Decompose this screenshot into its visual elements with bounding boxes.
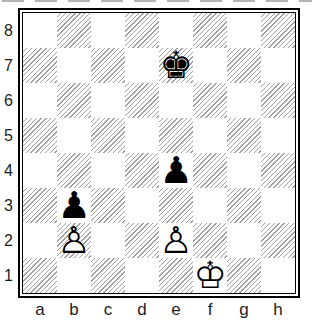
square-b4[interactable] [57,153,91,188]
file-label-c: c [91,298,125,320]
square-h3[interactable] [261,188,295,223]
square-a2[interactable] [23,223,57,258]
white-pawn-glyph: ♙ [57,223,90,258]
square-f7[interactable] [193,48,227,83]
file-label-f: f [193,298,227,320]
rank-label-8: 8 [0,13,18,48]
black-king: ♚ [159,48,193,83]
square-c4[interactable] [91,153,125,188]
rank-label-4: 4 [0,153,18,188]
square-a1[interactable] [23,258,57,293]
chess-diagram-page: 87654321 ♚♟♟♟♙♟♙♚♔ abcdefgh [0,0,314,320]
square-h6[interactable] [261,83,295,118]
square-e2[interactable]: ♟♙ [159,223,193,258]
black-pawn: ♟ [159,153,193,188]
square-e1[interactable] [159,258,193,293]
square-a6[interactable] [23,83,57,118]
square-a7[interactable] [23,48,57,83]
white-pawn: ♟♙ [57,223,91,258]
file-label-d: d [125,298,159,320]
square-b6[interactable] [57,83,91,118]
square-f2[interactable] [193,223,227,258]
square-e5[interactable] [159,118,193,153]
square-c6[interactable] [91,83,125,118]
diagram-layout: 87654321 ♚♟♟♟♙♟♙♚♔ abcdefgh [0,8,300,320]
square-f1[interactable]: ♚♔ [193,258,227,293]
square-a8[interactable] [23,13,57,48]
square-e3[interactable] [159,188,193,223]
square-e6[interactable] [159,83,193,118]
rank-label-1: 1 [0,258,18,293]
rank-label-2: 2 [0,223,18,258]
square-h1[interactable] [261,258,295,293]
square-d2[interactable] [125,223,159,258]
chess-board-frame: ♚♟♟♟♙♟♙♚♔ [18,8,300,298]
square-c2[interactable] [91,223,125,258]
square-g8[interactable] [227,13,261,48]
file-label-h: h [261,298,295,320]
square-d4[interactable] [125,153,159,188]
rank-labels-column: 87654321 [0,8,18,298]
square-b8[interactable] [57,13,91,48]
square-c7[interactable] [91,48,125,83]
square-c8[interactable] [91,13,125,48]
square-d1[interactable] [125,258,159,293]
square-e7[interactable]: ♚ [159,48,193,83]
square-g4[interactable] [227,153,261,188]
rank-label-7: 7 [0,48,18,83]
black-pawn: ♟ [57,188,91,223]
square-c3[interactable] [91,188,125,223]
square-b1[interactable] [57,258,91,293]
white-king: ♚♔ [193,258,227,293]
square-g6[interactable] [227,83,261,118]
square-b5[interactable] [57,118,91,153]
square-h8[interactable] [261,13,295,48]
square-h5[interactable] [261,118,295,153]
square-g1[interactable] [227,258,261,293]
chess-board: ♚♟♟♟♙♟♙♚♔ [22,12,296,294]
square-a3[interactable] [23,188,57,223]
square-f3[interactable] [193,188,227,223]
file-label-b: b [57,298,91,320]
square-d6[interactable] [125,83,159,118]
square-d7[interactable] [125,48,159,83]
square-c5[interactable] [91,118,125,153]
square-b7[interactable] [57,48,91,83]
square-g2[interactable] [227,223,261,258]
square-g7[interactable] [227,48,261,83]
square-e4[interactable]: ♟ [159,153,193,188]
square-c1[interactable] [91,258,125,293]
cropped-page-edge-decoration [2,0,312,2]
rank-label-3: 3 [0,188,18,223]
white-king-glyph: ♔ [193,258,226,293]
rank-label-6: 6 [0,83,18,118]
square-f5[interactable] [193,118,227,153]
square-h2[interactable] [261,223,295,258]
square-d5[interactable] [125,118,159,153]
square-d8[interactable] [125,13,159,48]
square-f4[interactable] [193,153,227,188]
white-pawn-glyph: ♙ [159,223,192,258]
square-b3[interactable]: ♟ [57,188,91,223]
square-h4[interactable] [261,153,295,188]
square-a4[interactable] [23,153,57,188]
square-a5[interactable] [23,118,57,153]
file-labels-row: abcdefgh [18,298,300,320]
square-f6[interactable] [193,83,227,118]
square-g5[interactable] [227,118,261,153]
file-label-a: a [23,298,57,320]
square-e8[interactable] [159,13,193,48]
file-label-g: g [227,298,261,320]
file-label-e: e [159,298,193,320]
rank-label-5: 5 [0,118,18,153]
square-g3[interactable] [227,188,261,223]
square-h7[interactable] [261,48,295,83]
square-b2[interactable]: ♟♙ [57,223,91,258]
white-pawn: ♟♙ [159,223,193,258]
square-f8[interactable] [193,13,227,48]
square-d3[interactable] [125,188,159,223]
